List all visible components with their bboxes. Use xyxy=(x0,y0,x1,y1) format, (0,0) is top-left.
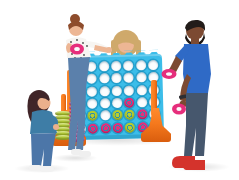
empty-hole xyxy=(148,60,158,70)
man-right xyxy=(158,16,234,172)
cell-r2c5 xyxy=(122,72,135,85)
cell-r5c5 xyxy=(123,109,136,122)
green-disc xyxy=(125,110,135,120)
man-jeans xyxy=(184,93,208,156)
empty-hole xyxy=(136,60,146,70)
empty-hole xyxy=(124,85,134,95)
cell-r4c5 xyxy=(123,97,136,110)
green-disc xyxy=(125,122,135,132)
giant-connect-four-photo xyxy=(0,0,239,180)
empty-hole xyxy=(137,97,147,107)
cell-r2c6 xyxy=(135,72,148,85)
polka-jeans xyxy=(68,57,90,150)
man-pink-disc-lower-hole xyxy=(176,107,181,111)
pink-disc xyxy=(137,110,147,120)
polka-shoe-right xyxy=(79,151,91,157)
cell-r1c5 xyxy=(122,60,135,73)
left-woman-shoe-back xyxy=(29,165,42,171)
cell-r5c6 xyxy=(136,109,149,122)
left-woman-shoe-front xyxy=(40,166,54,172)
cell-r3c5 xyxy=(123,84,136,97)
empty-hole xyxy=(124,73,134,83)
man-pink-disc-upper-hole xyxy=(166,72,172,76)
cell-r3c6 xyxy=(135,84,148,97)
empty-hole xyxy=(136,73,146,83)
cell-r1c6 xyxy=(134,59,147,72)
man-neck xyxy=(191,38,199,45)
empty-hole xyxy=(136,85,146,95)
cell-r6c5 xyxy=(124,121,137,134)
man-shoe-back xyxy=(183,160,205,170)
polka-hand xyxy=(106,47,112,53)
empty-hole xyxy=(123,61,133,71)
held-pink-disc-hole xyxy=(74,47,80,51)
cell-r4c6 xyxy=(135,96,148,109)
pink-disc xyxy=(124,98,134,108)
woman-standing-polka-dot xyxy=(50,12,116,162)
